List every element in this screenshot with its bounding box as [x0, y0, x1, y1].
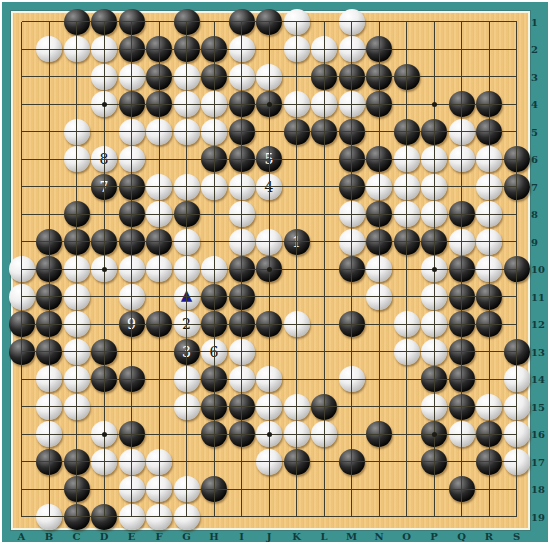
coordinate-label-right: 13: [531, 346, 545, 357]
coordinate-label-bottom: H: [209, 531, 218, 542]
star-point: [267, 267, 272, 272]
grid-line: [406, 22, 407, 517]
coordinate-label-right: 15: [531, 401, 545, 412]
grid-line: [324, 22, 325, 517]
coordinate-label-right: 19: [531, 511, 545, 522]
star-point: [432, 267, 437, 272]
star-point: [432, 432, 437, 437]
coordinate-label-bottom: M: [346, 531, 357, 542]
grid-line: [22, 324, 517, 325]
star-point: [102, 267, 107, 272]
coordinate-label-bottom: K: [292, 531, 301, 542]
coordinate-label-right: 8: [531, 209, 538, 220]
coordinate-label-bottom: I: [239, 531, 244, 542]
coordinate-label-right: 2: [531, 44, 538, 55]
grid-line: [22, 379, 517, 380]
coordinate-label-right: 14: [531, 374, 545, 385]
grid-line: [22, 406, 517, 407]
coordinate-label-bottom: S: [513, 531, 520, 542]
coordinate-label-right: 4: [531, 99, 538, 110]
grid-line: [22, 296, 517, 297]
coordinate-label-bottom: G: [182, 531, 191, 542]
grid-line: [22, 516, 517, 517]
star-point: [102, 432, 107, 437]
star-point: [267, 102, 272, 107]
star-point: [267, 432, 272, 437]
coordinate-label-right: 9: [531, 236, 538, 247]
grid-line: [379, 22, 380, 517]
grid-line: [351, 22, 352, 517]
coordinate-label-right: 7: [531, 181, 538, 192]
coordinate-label-bottom: B: [45, 531, 53, 542]
coordinate-label-right: 1: [531, 16, 538, 27]
grid-line: [22, 489, 517, 490]
coordinate-label-right: 18: [531, 484, 545, 495]
coordinate-label-right: 5: [531, 126, 538, 137]
coordinate-label-right: 12: [531, 319, 545, 330]
grid-line: [516, 22, 517, 517]
coordinate-label-bottom: J: [267, 531, 272, 542]
grid-line: [22, 461, 517, 462]
coordinate-label-right: 11: [531, 291, 545, 302]
coordinate-label-bottom: E: [128, 531, 136, 542]
coordinate-label-bottom: O: [402, 531, 411, 542]
grid-line: [22, 351, 517, 352]
coordinate-label-right: 6: [531, 154, 538, 165]
coordinate-label-right: 17: [531, 456, 545, 467]
coordinate-label-bottom: F: [155, 531, 162, 542]
grid-line: [461, 22, 462, 517]
coordinate-label-bottom: N: [374, 531, 383, 542]
coordinate-label-bottom: Q: [457, 531, 466, 542]
coordinate-label-right: 10: [531, 264, 545, 275]
grid-line: [296, 22, 297, 517]
coordinate-label-right: 16: [531, 429, 545, 440]
coordinate-label-bottom: C: [73, 531, 81, 542]
coordinate-label-bottom: P: [430, 531, 438, 542]
coordinate-label-bottom: A: [18, 531, 26, 542]
star-point: [432, 102, 437, 107]
coordinate-label-right: 3: [531, 71, 538, 82]
coordinate-label-bottom: R: [485, 531, 493, 542]
grid-line: [489, 22, 490, 517]
coordinate-label-bottom: D: [100, 531, 109, 542]
go-diagram: ABCDEFGHIJKLMNOPQRS123456789101112131415…: [0, 0, 550, 544]
coordinate-label-bottom: L: [320, 531, 327, 542]
star-point: [102, 102, 107, 107]
